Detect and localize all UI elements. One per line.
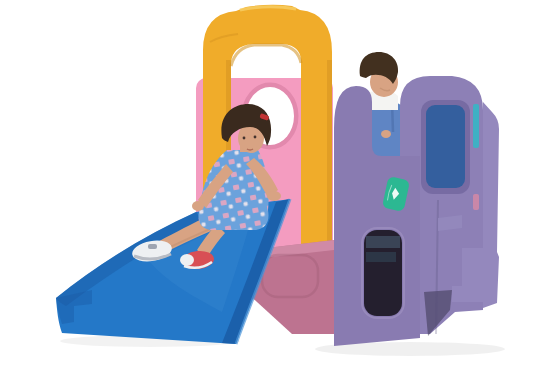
girl-right-eye	[254, 136, 257, 139]
girl-left-hand	[192, 201, 204, 211]
boy-hand	[381, 130, 391, 138]
inner-step-1	[366, 236, 400, 248]
window-opening	[426, 105, 465, 188]
teal-slot	[473, 104, 479, 148]
girl-left-eye	[243, 137, 246, 140]
pink-slot	[473, 194, 479, 210]
girl-right-hand	[267, 191, 281, 201]
right-post-shade	[327, 60, 332, 263]
inner-step-2	[366, 252, 396, 262]
red-sneaker-toe	[180, 254, 194, 266]
playground-scene	[0, 0, 554, 369]
white-sneaker-laces	[148, 244, 157, 249]
product-photo	[0, 0, 554, 369]
purple-climbing-cube	[334, 76, 499, 346]
